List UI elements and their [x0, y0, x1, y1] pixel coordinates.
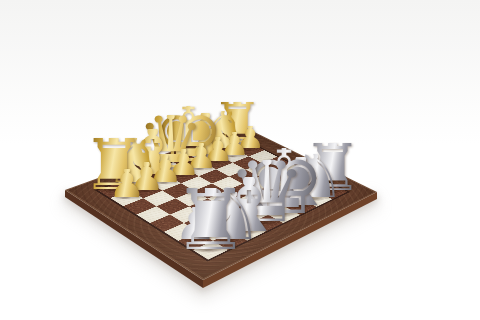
product-photo-scene: ♜♞♝♚♛♝♞♜♟♟♟♟♟♟♟♟♟♟♟♟♟♟♟♟♜♞♝♚♛♝♞♜	[0, 0, 480, 320]
pieces-layer: ♜♞♝♚♛♝♞♜♟♟♟♟♟♟♟♟♟♟♟♟♟♟♟♟♜♞♝♚♛♝♞♜	[0, 0, 480, 320]
piece-gold-pawn: ♟	[106, 169, 147, 199]
piece-silver-rook: ♜	[168, 188, 254, 250]
